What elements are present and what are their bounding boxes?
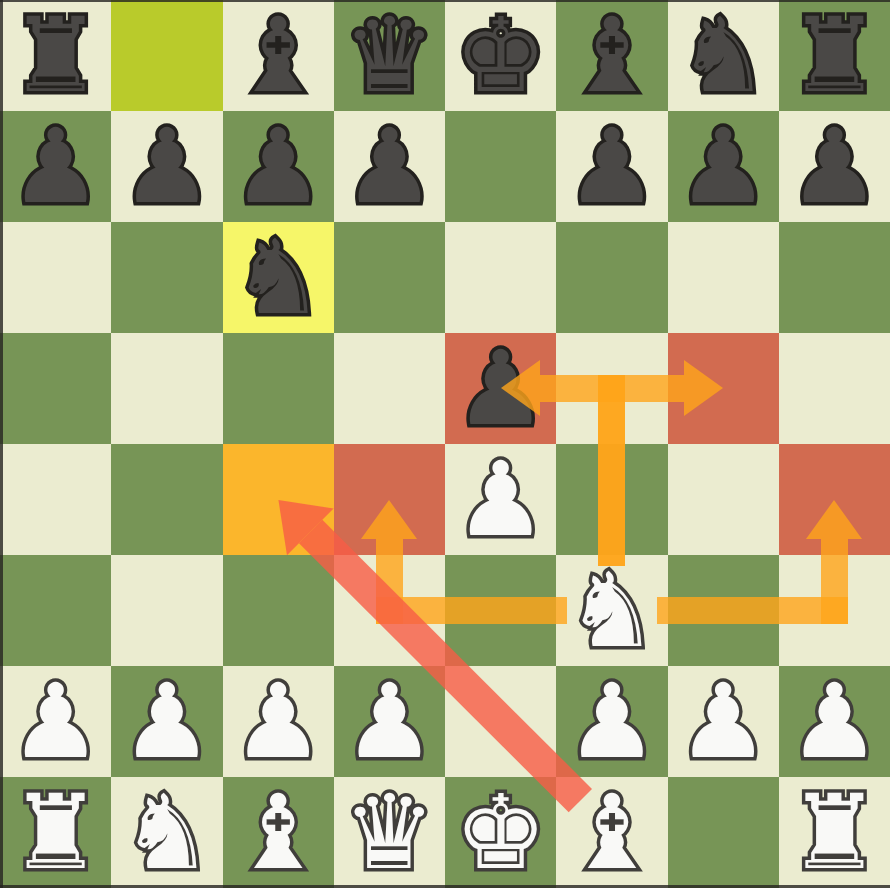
piece-black-rook: ♜♜	[0, 0, 111, 111]
piece-black-pawn: ♟♟	[556, 111, 667, 222]
square-g8[interactable]: ♞♞	[668, 0, 779, 111]
piece-glyph-fill: ♛	[334, 0, 445, 111]
piece-black-knight: ♞♞	[668, 0, 779, 111]
square-d8[interactable]: ♛♛	[334, 0, 445, 111]
piece-white-king: ♚♚	[445, 777, 556, 888]
square-e5[interactable]: ♟♟	[445, 333, 556, 444]
square-c4[interactable]	[223, 444, 334, 555]
piece-glyph-fill: ♟	[334, 666, 445, 777]
square-h7[interactable]: ♟♟	[779, 111, 890, 222]
square-f7[interactable]: ♟♟	[556, 111, 667, 222]
square-b3[interactable]	[111, 555, 222, 666]
square-b8[interactable]	[111, 0, 222, 111]
square-d1[interactable]: ♛♛	[334, 777, 445, 888]
piece-glyph-fill: ♝	[556, 0, 667, 111]
piece-white-knight: ♞♞	[556, 555, 667, 666]
piece-glyph-fill: ♜	[779, 777, 890, 888]
square-a4[interactable]	[0, 444, 111, 555]
square-c6[interactable]: ♞♞	[223, 222, 334, 333]
square-a8[interactable]: ♜♜	[0, 0, 111, 111]
piece-white-bishop: ♝♝	[556, 777, 667, 888]
piece-glyph-fill: ♞	[223, 222, 334, 333]
piece-glyph-fill: ♟	[779, 111, 890, 222]
piece-white-pawn: ♟♟	[779, 666, 890, 777]
square-h4[interactable]	[779, 444, 890, 555]
piece-glyph-fill: ♟	[779, 666, 890, 777]
square-c8[interactable]: ♝♝	[223, 0, 334, 111]
square-d3[interactable]	[334, 555, 445, 666]
piece-glyph-fill: ♝	[556, 777, 667, 888]
square-f1[interactable]: ♝♝	[556, 777, 667, 888]
square-h6[interactable]	[779, 222, 890, 333]
square-e3[interactable]	[445, 555, 556, 666]
square-b4[interactable]	[111, 444, 222, 555]
square-c1[interactable]: ♝♝	[223, 777, 334, 888]
piece-glyph-fill: ♞	[668, 0, 779, 111]
square-e2[interactable]	[445, 666, 556, 777]
square-f8[interactable]: ♝♝	[556, 0, 667, 111]
piece-black-pawn: ♟♟	[223, 111, 334, 222]
square-f5[interactable]	[556, 333, 667, 444]
board-edge-top	[0, 0, 890, 2]
piece-glyph-fill: ♟	[668, 666, 779, 777]
piece-glyph-fill: ♟	[556, 666, 667, 777]
square-f6[interactable]	[556, 222, 667, 333]
square-a7[interactable]: ♟♟	[0, 111, 111, 222]
square-h8[interactable]: ♜♜	[779, 0, 890, 111]
square-b7[interactable]: ♟♟	[111, 111, 222, 222]
square-g2[interactable]: ♟♟	[668, 666, 779, 777]
square-d2[interactable]: ♟♟	[334, 666, 445, 777]
piece-black-bishop: ♝♝	[223, 0, 334, 111]
square-h2[interactable]: ♟♟	[779, 666, 890, 777]
piece-white-pawn: ♟♟	[556, 666, 667, 777]
piece-glyph-fill: ♟	[223, 111, 334, 222]
square-h5[interactable]	[779, 333, 890, 444]
piece-white-bishop: ♝♝	[223, 777, 334, 888]
square-d5[interactable]	[334, 333, 445, 444]
square-h3[interactable]	[779, 555, 890, 666]
piece-white-pawn: ♟♟	[668, 666, 779, 777]
square-c3[interactable]	[223, 555, 334, 666]
piece-black-pawn: ♟♟	[0, 111, 111, 222]
piece-white-pawn: ♟♟	[445, 444, 556, 555]
piece-black-pawn: ♟♟	[779, 111, 890, 222]
piece-glyph-fill: ♝	[223, 0, 334, 111]
square-e1[interactable]: ♚♚	[445, 777, 556, 888]
piece-black-knight: ♞♞	[223, 222, 334, 333]
piece-white-pawn: ♟♟	[223, 666, 334, 777]
square-a1[interactable]: ♜♜	[0, 777, 111, 888]
square-a5[interactable]	[0, 333, 111, 444]
square-g1[interactable]	[668, 777, 779, 888]
square-b2[interactable]: ♟♟	[111, 666, 222, 777]
piece-black-king: ♚♚	[445, 0, 556, 111]
square-a6[interactable]	[0, 222, 111, 333]
square-a2[interactable]: ♟♟	[0, 666, 111, 777]
board-edge-left	[0, 0, 3, 888]
square-g6[interactable]	[668, 222, 779, 333]
square-e7[interactable]	[445, 111, 556, 222]
piece-white-pawn: ♟♟	[111, 666, 222, 777]
chess-board: ♜♜♝♝♛♛♚♚♝♝♞♞♜♜♟♟♟♟♟♟♟♟♟♟♟♟♟♟♞♞♟♟♟♟♞♞♟♟♟♟…	[0, 0, 890, 888]
square-d6[interactable]	[334, 222, 445, 333]
piece-black-pawn: ♟♟	[668, 111, 779, 222]
piece-black-queen: ♛♛	[334, 0, 445, 111]
piece-glyph-fill: ♚	[445, 0, 556, 111]
square-b6[interactable]	[111, 222, 222, 333]
square-f4[interactable]	[556, 444, 667, 555]
piece-black-rook: ♜♜	[779, 0, 890, 111]
piece-glyph-fill: ♛	[334, 777, 445, 888]
square-b5[interactable]	[111, 333, 222, 444]
square-d4[interactable]	[334, 444, 445, 555]
piece-black-pawn: ♟♟	[445, 333, 556, 444]
square-c7[interactable]: ♟♟	[223, 111, 334, 222]
piece-black-pawn: ♟♟	[111, 111, 222, 222]
square-f2[interactable]: ♟♟	[556, 666, 667, 777]
piece-glyph-fill: ♜	[0, 0, 111, 111]
piece-white-knight: ♞♞	[111, 777, 222, 888]
piece-glyph-fill: ♟	[223, 666, 334, 777]
piece-glyph-fill: ♟	[111, 111, 222, 222]
piece-white-pawn: ♟♟	[334, 666, 445, 777]
piece-white-rook: ♜♜	[0, 777, 111, 888]
square-h1[interactable]: ♜♜	[779, 777, 890, 888]
square-d7[interactable]: ♟♟	[334, 111, 445, 222]
piece-glyph-fill: ♟	[445, 444, 556, 555]
piece-glyph-fill: ♟	[445, 333, 556, 444]
piece-glyph-fill: ♟	[668, 111, 779, 222]
piece-glyph-fill: ♟	[111, 666, 222, 777]
square-g5[interactable]	[668, 333, 779, 444]
piece-glyph-fill: ♜	[779, 0, 890, 111]
square-e4[interactable]: ♟♟	[445, 444, 556, 555]
square-c2[interactable]: ♟♟	[223, 666, 334, 777]
piece-glyph-fill: ♚	[445, 777, 556, 888]
piece-white-queen: ♛♛	[334, 777, 445, 888]
piece-glyph-fill: ♝	[223, 777, 334, 888]
piece-glyph-fill: ♟	[334, 111, 445, 222]
piece-white-pawn: ♟♟	[0, 666, 111, 777]
piece-black-bishop: ♝♝	[556, 0, 667, 111]
piece-glyph-fill: ♜	[0, 777, 111, 888]
square-c5[interactable]	[223, 333, 334, 444]
piece-glyph-fill: ♟	[0, 666, 111, 777]
piece-glyph-fill: ♞	[111, 777, 222, 888]
square-a3[interactable]	[0, 555, 111, 666]
piece-black-pawn: ♟♟	[334, 111, 445, 222]
square-g3[interactable]	[668, 555, 779, 666]
piece-glyph-fill: ♟	[0, 111, 111, 222]
square-e6[interactable]	[445, 222, 556, 333]
square-g7[interactable]: ♟♟	[668, 111, 779, 222]
square-e8[interactable]: ♚♚	[445, 0, 556, 111]
square-g4[interactable]	[668, 444, 779, 555]
piece-glyph-fill: ♟	[556, 111, 667, 222]
square-f3[interactable]: ♞♞	[556, 555, 667, 666]
piece-white-rook: ♜♜	[779, 777, 890, 888]
square-b1[interactable]: ♞♞	[111, 777, 222, 888]
piece-glyph-fill: ♞	[556, 555, 667, 666]
